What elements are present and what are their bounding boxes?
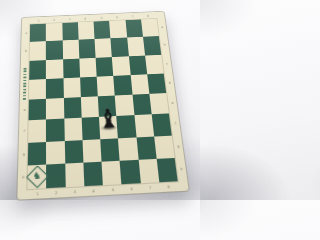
coordinate-label: e	[23, 109, 25, 112]
board-square[interactable]	[111, 38, 129, 57]
board-square[interactable]	[94, 21, 111, 39]
board-square[interactable]	[63, 77, 81, 98]
board-square[interactable]	[64, 118, 82, 141]
board-square[interactable]	[147, 73, 166, 94]
board-square[interactable]	[151, 114, 171, 136]
coordinate-label: 1	[37, 19, 39, 22]
board-square[interactable]	[29, 79, 46, 100]
board-square[interactable]	[79, 57, 97, 77]
coordinate-label: h	[180, 167, 183, 171]
board-square[interactable]	[46, 23, 62, 41]
coordinate-label: b	[24, 50, 26, 53]
board-square[interactable]	[46, 163, 65, 188]
board-square[interactable]	[149, 93, 169, 114]
board-square[interactable]	[95, 38, 112, 57]
photo-background: { "game": "chess", "scene": "Angled phot…	[0, 0, 200, 200]
coordinate-label: d	[168, 81, 171, 84]
board-square[interactable]	[145, 54, 164, 74]
board-square[interactable]	[113, 75, 132, 96]
board-square[interactable]	[143, 36, 161, 55]
coordinate-label: 5	[100, 16, 102, 19]
board-square[interactable]	[141, 19, 159, 37]
board-square[interactable]	[46, 119, 64, 142]
board-square[interactable]	[63, 97, 81, 119]
board-square[interactable]	[82, 139, 101, 163]
coordinate-label: a	[161, 26, 163, 29]
board-square[interactable]	[65, 162, 84, 187]
coordinate-label: f	[174, 122, 176, 125]
coordinate-label: g	[176, 144, 179, 148]
board-square[interactable]	[78, 39, 95, 58]
coordinate-label: h	[22, 175, 24, 179]
brand-text-vertical	[22, 68, 26, 100]
knight-logo-icon: ♞	[32, 172, 41, 182]
coordinate-label: 2	[53, 18, 55, 21]
board-square[interactable]	[46, 41, 63, 60]
board-square[interactable]	[125, 20, 143, 38]
board-square[interactable]	[96, 57, 114, 77]
coordinate-label: 2	[55, 191, 57, 195]
board-square[interactable]	[83, 161, 103, 186]
coordinate-label: 7	[149, 186, 152, 190]
coordinate-label: 8	[168, 185, 171, 189]
board-square[interactable]	[46, 78, 63, 99]
coordinate-label: f	[23, 130, 24, 134]
black-bishop[interactable]: ♝	[97, 105, 120, 132]
board-square[interactable]	[28, 141, 46, 165]
board-square[interactable]	[62, 22, 79, 40]
coordinate-label: g	[22, 152, 24, 156]
board-square[interactable]	[80, 76, 98, 97]
board-square[interactable]	[30, 41, 47, 60]
coordinate-label: 6	[116, 16, 118, 19]
board-square[interactable]	[118, 137, 138, 161]
coordinate-label: b	[163, 44, 165, 47]
board-square[interactable]	[46, 98, 64, 120]
board-square[interactable]	[29, 60, 46, 80]
coordinate-label: 7	[131, 15, 133, 18]
board-square[interactable]	[128, 55, 147, 75]
coordinate-label: 3	[69, 18, 71, 21]
board-square[interactable]	[102, 161, 122, 186]
coordinate-label: a	[25, 32, 27, 35]
board-square[interactable]	[154, 135, 175, 158]
coordinate-label: e	[171, 101, 174, 104]
chess-mat: 1234567812345678abcdefghabcdefgh ♞ ♝	[17, 12, 188, 200]
board-square[interactable]	[62, 40, 79, 59]
coordinate-label: 4	[92, 189, 95, 193]
board-square[interactable]	[109, 20, 126, 38]
coordinate-label: 8	[147, 14, 149, 17]
board-square[interactable]	[30, 24, 46, 42]
board-square[interactable]	[112, 56, 130, 76]
coordinate-label: 3	[74, 190, 77, 194]
board-square[interactable]	[78, 22, 95, 40]
board-square[interactable]	[100, 138, 120, 162]
coordinate-label: 1	[36, 192, 38, 196]
board-square[interactable]	[156, 158, 177, 183]
coordinate-label: 5	[111, 188, 114, 192]
board-square[interactable]	[28, 120, 46, 143]
coordinate-labels: 1234567812345678abcdefghabcdefgh	[22, 12, 164, 18]
board-square[interactable]	[46, 141, 64, 165]
board-square[interactable]	[29, 99, 47, 121]
board-square[interactable]	[97, 76, 115, 97]
board-square[interactable]	[120, 160, 141, 185]
pieces-layer: ♝	[22, 12, 164, 18]
coordinate-label: 6	[130, 187, 133, 191]
coordinate-label: c	[166, 62, 168, 65]
board-square[interactable]	[63, 58, 80, 78]
board-square[interactable]	[64, 140, 83, 164]
coordinate-label: 4	[84, 17, 86, 20]
scene: 1234567812345678abcdefghabcdefgh ♞ ♝	[0, 0, 200, 200]
board-square[interactable]	[46, 59, 63, 79]
